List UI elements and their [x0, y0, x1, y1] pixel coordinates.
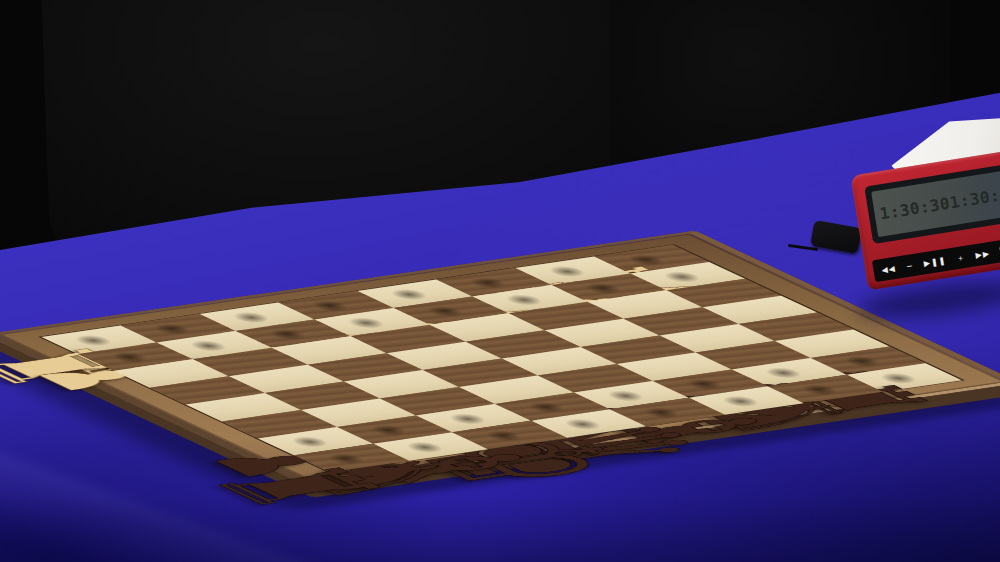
clock-button-plus: ＋: [956, 251, 967, 263]
clock-time-left: 1:30:30: [878, 193, 951, 223]
clock-button-playpause: ▶❚❚: [923, 255, 947, 267]
clock-display: 1:30:30 1:30:30: [864, 162, 1000, 244]
tournament-photo: ♜♟♟♜♞♟♟♞♝♟♟♝♛♟♟♛♚♟♟♚♝♟♟♝♞♟♟♞♜♟♟♜ 1:30:30…: [0, 0, 1000, 562]
clock-button-back: ◀◀: [881, 263, 897, 274]
clock-lcd: 1:30:30 1:30:30: [871, 169, 1000, 237]
clock-button-strip: ◀◀ − ▶❚❚ ＋ ▶▶ DGT3000: [872, 234, 1000, 282]
chess-clock: 1:30:30 1:30:30 ◀◀ − ▶❚❚ ＋ ▶▶ DGT3000: [846, 115, 1000, 314]
clock-time-right: 1:30:30: [948, 182, 1000, 212]
clock-button-forward: ▶▶: [975, 248, 991, 259]
clock-button-minus: −: [905, 261, 914, 271]
clock-body: 1:30:30 1:30:30 ◀◀ − ▶❚❚ ＋ ▶▶ DGT3000: [850, 144, 1000, 290]
